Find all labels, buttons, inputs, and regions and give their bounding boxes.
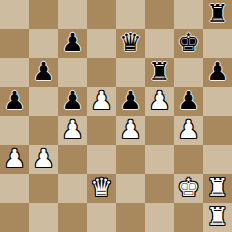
white-pawn[interactable]: ♟ [32,144,54,173]
square-g2[interactable]: ♚ [174,174,203,203]
square-a1[interactable] [0,203,29,232]
black-pawn[interactable]: ♟ [177,86,199,115]
black-queen[interactable]: ♛ [119,28,141,57]
black-pawn[interactable]: ♟ [32,57,54,86]
square-c5[interactable]: ♟ [58,87,87,116]
square-c4[interactable]: ♟ [58,116,87,145]
square-f4[interactable] [145,116,174,145]
square-c7[interactable]: ♟ [58,29,87,58]
square-d6[interactable] [87,58,116,87]
square-f5[interactable]: ♟ [145,87,174,116]
square-e4[interactable]: ♟ [116,116,145,145]
square-b4[interactable] [29,116,58,145]
square-b7[interactable] [29,29,58,58]
black-pawn[interactable]: ♟ [3,86,25,115]
square-d8[interactable] [87,0,116,29]
black-king[interactable]: ♚ [177,28,199,57]
square-e6[interactable] [116,58,145,87]
white-pawn[interactable]: ♟ [61,115,83,144]
square-a5[interactable]: ♟ [0,87,29,116]
square-d4[interactable] [87,116,116,145]
square-h1[interactable]: ♜ [203,203,232,232]
white-rook[interactable]: ♜ [206,173,228,202]
square-b8[interactable] [29,0,58,29]
square-f6[interactable]: ♜ [145,58,174,87]
square-h2[interactable]: ♜ [203,174,232,203]
black-rook[interactable]: ♜ [148,57,170,86]
square-f3[interactable] [145,145,174,174]
square-b6[interactable]: ♟ [29,58,58,87]
square-e2[interactable] [116,174,145,203]
white-king[interactable]: ♚ [177,173,199,202]
square-g3[interactable] [174,145,203,174]
square-g7[interactable]: ♚ [174,29,203,58]
square-h5[interactable] [203,87,232,116]
white-pawn[interactable]: ♟ [119,115,141,144]
square-c6[interactable] [58,58,87,87]
square-g6[interactable] [174,58,203,87]
square-g8[interactable] [174,0,203,29]
square-h8[interactable]: ♜ [203,0,232,29]
white-pawn[interactable]: ♟ [3,144,25,173]
square-c3[interactable] [58,145,87,174]
square-a3[interactable]: ♟ [0,145,29,174]
square-f8[interactable] [145,0,174,29]
square-d7[interactable] [87,29,116,58]
black-pawn[interactable]: ♟ [61,86,83,115]
square-a4[interactable] [0,116,29,145]
black-pawn[interactable]: ♟ [61,28,83,57]
square-d1[interactable] [87,203,116,232]
white-rook[interactable]: ♜ [206,202,228,231]
square-b3[interactable]: ♟ [29,145,58,174]
square-h7[interactable] [203,29,232,58]
square-a6[interactable] [0,58,29,87]
white-pawn[interactable]: ♟ [90,86,112,115]
square-e8[interactable] [116,0,145,29]
square-b1[interactable] [29,203,58,232]
black-pawn[interactable]: ♟ [206,57,228,86]
square-h3[interactable] [203,145,232,174]
square-d5[interactable]: ♟ [87,87,116,116]
square-a7[interactable] [0,29,29,58]
square-a2[interactable] [0,174,29,203]
square-g4[interactable]: ♟ [174,116,203,145]
white-pawn[interactable]: ♟ [177,115,199,144]
square-h6[interactable]: ♟ [203,58,232,87]
square-f2[interactable] [145,174,174,203]
square-e1[interactable] [116,203,145,232]
black-rook[interactable]: ♜ [206,0,228,28]
square-g1[interactable] [174,203,203,232]
square-e7[interactable]: ♛ [116,29,145,58]
square-c1[interactable] [58,203,87,232]
square-d2[interactable]: ♛ [87,174,116,203]
white-queen[interactable]: ♛ [90,173,112,202]
black-pawn[interactable]: ♟ [119,86,141,115]
square-g5[interactable]: ♟ [174,87,203,116]
square-b2[interactable] [29,174,58,203]
square-c8[interactable] [58,0,87,29]
chess-board: ♜♟♛♚♟♜♟♟♟♟♟♟♟♟♟♟♟♟♛♚♜♜ [0,0,232,232]
square-a8[interactable] [0,0,29,29]
square-e3[interactable] [116,145,145,174]
square-e5[interactable]: ♟ [116,87,145,116]
square-f1[interactable] [145,203,174,232]
square-f7[interactable] [145,29,174,58]
square-c2[interactable] [58,174,87,203]
white-pawn[interactable]: ♟ [148,86,170,115]
square-h4[interactable] [203,116,232,145]
square-b5[interactable] [29,87,58,116]
square-d3[interactable] [87,145,116,174]
